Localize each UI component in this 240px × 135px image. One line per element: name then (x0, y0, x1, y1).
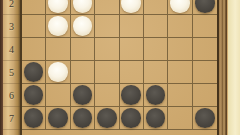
cell-f6[interactable] (144, 84, 168, 107)
white-disc (121, 0, 141, 13)
white-disc (73, 0, 93, 13)
cell-e7[interactable] (120, 107, 144, 130)
white-disc (48, 0, 68, 13)
row-label-7: 7 (3, 107, 20, 130)
cell-a5[interactable] (22, 61, 46, 84)
cell-h7[interactable] (193, 107, 217, 130)
cell-h5[interactable] (193, 61, 217, 84)
row-label-6: 6 (3, 84, 20, 107)
cell-e3[interactable] (120, 15, 144, 38)
cell-a6[interactable] (22, 84, 46, 107)
black-disc (195, 108, 215, 128)
cell-b4[interactable] (46, 38, 70, 61)
cell-g3[interactable] (168, 15, 192, 38)
cell-d3[interactable] (95, 15, 119, 38)
cell-f7[interactable] (144, 107, 168, 130)
cell-e4[interactable] (120, 38, 144, 61)
cell-b6[interactable] (46, 84, 70, 107)
black-disc (121, 85, 141, 105)
cell-c3[interactable] (71, 15, 95, 38)
cell-d2[interactable] (95, 0, 119, 15)
cell-h3[interactable] (193, 15, 217, 38)
cell-c5[interactable] (71, 61, 95, 84)
black-disc (73, 108, 93, 128)
cell-g5[interactable] (168, 61, 192, 84)
cell-h4[interactable] (193, 38, 217, 61)
cell-h6[interactable] (193, 84, 217, 107)
cell-a3[interactable] (22, 15, 46, 38)
cell-c2[interactable] (71, 0, 95, 15)
row-label-2: 2 (3, 0, 20, 15)
cell-d6[interactable] (95, 84, 119, 107)
cell-c7[interactable] (71, 107, 95, 130)
row-label-3: 3 (3, 15, 20, 38)
black-disc (195, 0, 215, 13)
cell-d5[interactable] (95, 61, 119, 84)
cell-f2[interactable] (144, 0, 168, 15)
cell-g7[interactable] (168, 107, 192, 130)
cell-a7[interactable] (22, 107, 46, 130)
black-disc (146, 108, 166, 128)
black-disc (24, 85, 44, 105)
cell-f4[interactable] (144, 38, 168, 61)
cell-g4[interactable] (168, 38, 192, 61)
black-disc (73, 85, 93, 105)
cell-f3[interactable] (144, 15, 168, 38)
black-disc (24, 62, 44, 82)
cell-h2[interactable] (193, 0, 217, 15)
row-coordinate-rail: 234567 (3, 0, 22, 135)
cell-d4[interactable] (95, 38, 119, 61)
cell-f5[interactable] (144, 61, 168, 84)
cell-g2[interactable] (168, 0, 192, 15)
white-disc (73, 16, 93, 36)
white-disc (48, 62, 68, 82)
black-disc (121, 108, 141, 128)
othello-board-screenshot: 234567 (0, 0, 240, 135)
cell-a4[interactable] (22, 38, 46, 61)
board-right-frame (217, 0, 227, 135)
cell-e5[interactable] (120, 61, 144, 84)
cell-e2[interactable] (120, 0, 144, 15)
cell-c6[interactable] (71, 84, 95, 107)
cell-c4[interactable] (71, 38, 95, 61)
black-disc (146, 85, 166, 105)
cell-b3[interactable] (46, 15, 70, 38)
cell-g6[interactable] (168, 84, 192, 107)
cell-e6[interactable] (120, 84, 144, 107)
table-background (228, 0, 240, 135)
cell-d7[interactable] (95, 107, 119, 130)
black-disc (24, 108, 44, 128)
white-disc (48, 16, 68, 36)
cell-b2[interactable] (46, 0, 70, 15)
cell-b7[interactable] (46, 107, 70, 130)
cell-b5[interactable] (46, 61, 70, 84)
row-label-5: 5 (3, 61, 20, 84)
black-disc (97, 108, 117, 128)
othello-board (22, 0, 217, 135)
white-disc (170, 0, 190, 13)
row-label-4: 4 (3, 38, 20, 61)
cell-a2[interactable] (22, 0, 46, 15)
black-disc (48, 108, 68, 128)
